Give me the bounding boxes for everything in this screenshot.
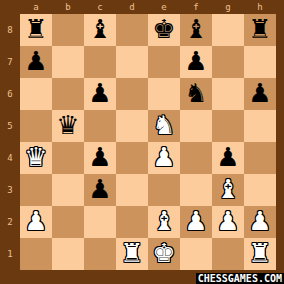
square-e4[interactable]: ♟ — [148, 142, 180, 174]
black-rook-h8: ♜ — [248, 16, 271, 42]
square-c4[interactable]: ♟ — [84, 142, 116, 174]
black-pawn-g4: ♟ — [216, 144, 239, 170]
rank-label-5: 5 — [0, 110, 20, 142]
black-pawn-c4: ♟ — [88, 144, 111, 170]
black-queen-b5: ♛ — [56, 112, 79, 138]
square-d5[interactable] — [116, 110, 148, 142]
file-label-d: d — [116, 0, 148, 14]
black-pawn-c6: ♟ — [88, 80, 111, 106]
square-a8[interactable]: ♜ — [20, 14, 52, 46]
white-pawn-g2: ♟ — [216, 208, 239, 234]
square-d8[interactable] — [116, 14, 148, 46]
square-g6[interactable] — [212, 78, 244, 110]
square-g2[interactable]: ♟ — [212, 206, 244, 238]
rank-label-1: 1 — [0, 238, 20, 270]
rank-label-3: 3 — [0, 174, 20, 206]
square-e3[interactable] — [148, 174, 180, 206]
square-d3[interactable] — [116, 174, 148, 206]
square-h2[interactable]: ♟ — [244, 206, 276, 238]
square-c5[interactable] — [84, 110, 116, 142]
rank-label-8: 8 — [0, 14, 20, 46]
rank-label-7: 7 — [0, 46, 20, 78]
square-f7[interactable]: ♟ — [180, 46, 212, 78]
square-c3[interactable]: ♟ — [84, 174, 116, 206]
black-knight-f6: ♞ — [184, 80, 207, 106]
white-king-e1: ♚ — [152, 240, 175, 266]
square-b6[interactable] — [52, 78, 84, 110]
square-e5[interactable]: ♞ — [148, 110, 180, 142]
rank-label-6: 6 — [0, 78, 20, 110]
square-a2[interactable]: ♟ — [20, 206, 52, 238]
white-rook-d1: ♜ — [120, 240, 143, 266]
black-pawn-f7: ♟ — [184, 48, 207, 74]
file-label-a: a — [20, 0, 52, 14]
square-a3[interactable] — [20, 174, 52, 206]
square-d1[interactable]: ♜ — [116, 238, 148, 270]
square-f3[interactable] — [180, 174, 212, 206]
square-f2[interactable]: ♟ — [180, 206, 212, 238]
white-rook-h1: ♜ — [248, 240, 271, 266]
square-d4[interactable] — [116, 142, 148, 174]
chess-board-frame: abcdefgh 87654321 ♜♝♚♝♜♟♟♟♞♟♛♞♛♟♟♟♟♝♟♝♟♟… — [0, 0, 284, 284]
square-a1[interactable] — [20, 238, 52, 270]
square-a4[interactable]: ♛ — [20, 142, 52, 174]
square-c2[interactable] — [84, 206, 116, 238]
square-g3[interactable]: ♝ — [212, 174, 244, 206]
file-label-e: e — [148, 0, 180, 14]
square-h8[interactable]: ♜ — [244, 14, 276, 46]
square-e2[interactable]: ♝ — [148, 206, 180, 238]
white-pawn-a2: ♟ — [24, 208, 47, 234]
square-a7[interactable]: ♟ — [20, 46, 52, 78]
chess-board: ♜♝♚♝♜♟♟♟♞♟♛♞♛♟♟♟♟♝♟♝♟♟♟♜♚♜ — [20, 14, 276, 270]
square-d2[interactable] — [116, 206, 148, 238]
square-f6[interactable]: ♞ — [180, 78, 212, 110]
square-g5[interactable] — [212, 110, 244, 142]
square-d6[interactable] — [116, 78, 148, 110]
square-b3[interactable] — [52, 174, 84, 206]
square-b4[interactable] — [52, 142, 84, 174]
white-bishop-g3: ♝ — [216, 176, 239, 202]
square-c7[interactable] — [84, 46, 116, 78]
black-pawn-c3: ♟ — [88, 176, 111, 202]
square-a5[interactable] — [20, 110, 52, 142]
square-f8[interactable]: ♝ — [180, 14, 212, 46]
white-bishop-e2: ♝ — [152, 208, 175, 234]
square-b2[interactable] — [52, 206, 84, 238]
file-label-f: f — [180, 0, 212, 14]
square-f5[interactable] — [180, 110, 212, 142]
black-bishop-c8: ♝ — [88, 16, 111, 42]
square-h5[interactable] — [244, 110, 276, 142]
square-h7[interactable] — [244, 46, 276, 78]
white-queen-a4: ♛ — [24, 144, 47, 170]
square-a6[interactable] — [20, 78, 52, 110]
black-king-e8: ♚ — [152, 16, 175, 42]
square-h6[interactable]: ♟ — [244, 78, 276, 110]
square-c1[interactable] — [84, 238, 116, 270]
square-g4[interactable]: ♟ — [212, 142, 244, 174]
square-h1[interactable]: ♜ — [244, 238, 276, 270]
white-pawn-f2: ♟ — [184, 208, 207, 234]
square-e6[interactable] — [148, 78, 180, 110]
square-f4[interactable] — [180, 142, 212, 174]
rank-label-2: 2 — [0, 206, 20, 238]
square-e1[interactable]: ♚ — [148, 238, 180, 270]
file-label-g: g — [212, 0, 244, 14]
file-labels: abcdefgh — [20, 0, 276, 14]
chessgames-watermark: CHESSGAMES.COM — [196, 273, 284, 284]
square-g7[interactable] — [212, 46, 244, 78]
square-b5[interactable]: ♛ — [52, 110, 84, 142]
black-bishop-f8: ♝ — [184, 16, 207, 42]
square-g8[interactable] — [212, 14, 244, 46]
square-c6[interactable]: ♟ — [84, 78, 116, 110]
file-label-b: b — [52, 0, 84, 14]
square-h3[interactable] — [244, 174, 276, 206]
white-pawn-e4: ♟ — [152, 144, 175, 170]
rank-label-4: 4 — [0, 142, 20, 174]
square-b7[interactable] — [52, 46, 84, 78]
black-rook-a8: ♜ — [24, 16, 47, 42]
square-e8[interactable]: ♚ — [148, 14, 180, 46]
rank-labels: 87654321 — [0, 14, 20, 270]
file-label-c: c — [84, 0, 116, 14]
black-pawn-a7: ♟ — [24, 48, 47, 74]
square-b8[interactable] — [52, 14, 84, 46]
square-c8[interactable]: ♝ — [84, 14, 116, 46]
square-g1[interactable] — [212, 238, 244, 270]
black-pawn-h6: ♟ — [248, 80, 271, 106]
square-f1[interactable] — [180, 238, 212, 270]
square-d7[interactable] — [116, 46, 148, 78]
square-b1[interactable] — [52, 238, 84, 270]
white-knight-e5: ♞ — [152, 112, 175, 138]
white-pawn-h2: ♟ — [248, 208, 271, 234]
square-h4[interactable] — [244, 142, 276, 174]
file-label-h: h — [244, 0, 276, 14]
square-e7[interactable] — [148, 46, 180, 78]
